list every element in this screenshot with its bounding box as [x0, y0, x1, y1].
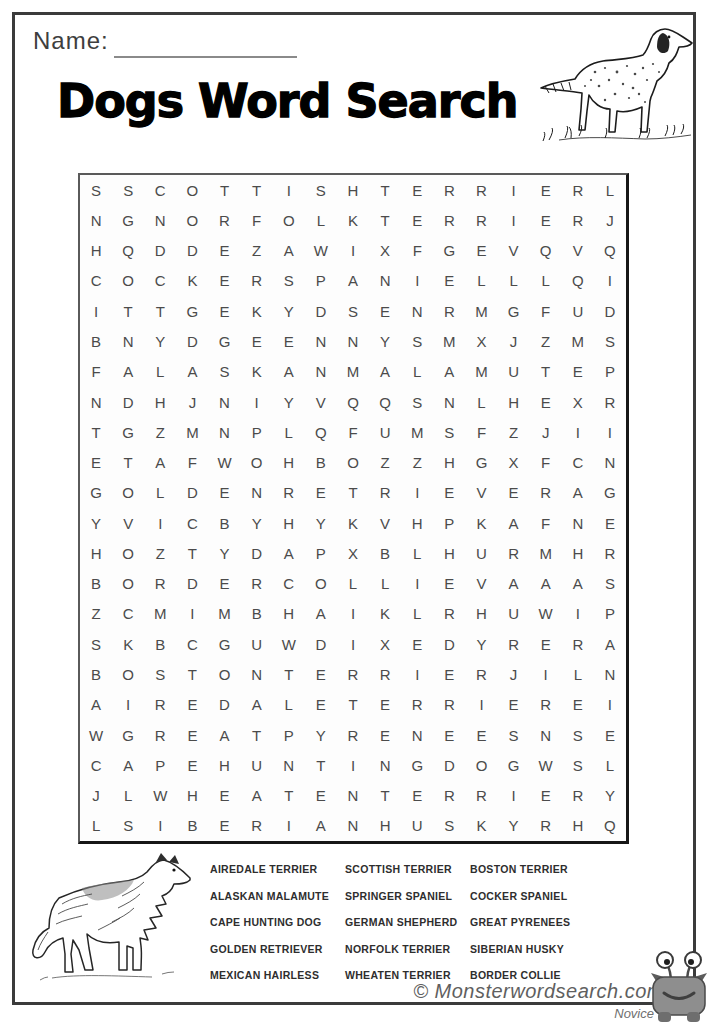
- grid-cell-r4c8[interactable]: P: [305, 266, 337, 296]
- grid-cell-r2c2[interactable]: G: [112, 205, 144, 235]
- grid-cell-r10c8[interactable]: B: [305, 447, 337, 477]
- grid-cell-r2c4[interactable]: O: [176, 205, 208, 235]
- grid-cell-r19c3[interactable]: R: [144, 720, 176, 750]
- grid-cell-r19c16[interactable]: S: [562, 720, 594, 750]
- grid-cell-r13c7[interactable]: A: [273, 538, 305, 568]
- grid-cell-r2c9[interactable]: K: [337, 205, 369, 235]
- grid-cell-r5c16[interactable]: U: [562, 296, 594, 326]
- grid-cell-r7c15[interactable]: T: [530, 357, 562, 387]
- grid-cell-r5c17[interactable]: D: [594, 296, 626, 326]
- grid-cell-r7c16[interactable]: E: [562, 357, 594, 387]
- grid-cell-r16c15[interactable]: E: [530, 629, 562, 659]
- grid-cell-r11c13[interactable]: V: [465, 478, 497, 508]
- grid-cell-r10c12[interactable]: H: [433, 447, 465, 477]
- grid-cell-r20c12[interactable]: D: [433, 750, 465, 780]
- grid-cell-r13c12[interactable]: H: [433, 538, 465, 568]
- grid-cell-r18c11[interactable]: R: [401, 690, 433, 720]
- grid-cell-r18c1[interactable]: A: [80, 690, 112, 720]
- grid-cell-r12c17[interactable]: E: [594, 508, 626, 538]
- grid-cell-r11c5[interactable]: E: [208, 478, 240, 508]
- grid-cell-r1c6[interactable]: T: [241, 175, 273, 205]
- grid-cell-r1c10[interactable]: T: [369, 175, 401, 205]
- name-input-line[interactable]: [114, 38, 297, 58]
- grid-cell-r9c3[interactable]: Z: [144, 417, 176, 447]
- grid-cell-r14c1[interactable]: B: [80, 569, 112, 599]
- grid-cell-r5c3[interactable]: T: [144, 296, 176, 326]
- grid-cell-r8c4[interactable]: J: [176, 387, 208, 417]
- grid-cell-r18c14[interactable]: E: [498, 690, 530, 720]
- grid-cell-r4c9[interactable]: A: [337, 266, 369, 296]
- grid-cell-r9c12[interactable]: S: [433, 417, 465, 447]
- grid-cell-r8c14[interactable]: H: [498, 387, 530, 417]
- grid-cell-r7c14[interactable]: U: [498, 357, 530, 387]
- grid-cell-r10c15[interactable]: F: [530, 447, 562, 477]
- grid-cell-r17c5[interactable]: O: [208, 659, 240, 689]
- grid-cell-r3c11[interactable]: F: [401, 236, 433, 266]
- grid-cell-r15c7[interactable]: H: [273, 599, 305, 629]
- grid-cell-r14c9[interactable]: L: [337, 569, 369, 599]
- grid-cell-r9c13[interactable]: F: [465, 417, 497, 447]
- grid-cell-r14c2[interactable]: O: [112, 569, 144, 599]
- grid-cell-r6c11[interactable]: S: [401, 326, 433, 356]
- grid-cell-r6c9[interactable]: N: [337, 326, 369, 356]
- grid-cell-r19c17[interactable]: E: [594, 720, 626, 750]
- grid-cell-r19c10[interactable]: E: [369, 720, 401, 750]
- grid-cell-r9c14[interactable]: Z: [498, 417, 530, 447]
- grid-cell-r4c3[interactable]: C: [144, 266, 176, 296]
- grid-cell-r2c14[interactable]: I: [498, 205, 530, 235]
- grid-cell-r5c12[interactable]: R: [433, 296, 465, 326]
- grid-cell-r18c13[interactable]: I: [465, 690, 497, 720]
- grid-cell-r9c2[interactable]: G: [112, 417, 144, 447]
- grid-cell-r3c1[interactable]: H: [80, 236, 112, 266]
- grid-cell-r5c6[interactable]: K: [241, 296, 273, 326]
- grid-cell-r15c2[interactable]: C: [112, 599, 144, 629]
- grid-cell-r8c2[interactable]: D: [112, 387, 144, 417]
- grid-cell-r6c15[interactable]: Z: [530, 326, 562, 356]
- grid-cell-r21c9[interactable]: N: [337, 780, 369, 810]
- grid-cell-r12c9[interactable]: K: [337, 508, 369, 538]
- grid-cell-r16c13[interactable]: Y: [465, 629, 497, 659]
- grid-cell-r7c11[interactable]: L: [401, 357, 433, 387]
- grid-cell-r20c3[interactable]: P: [144, 750, 176, 780]
- grid-cell-r7c6[interactable]: K: [241, 357, 273, 387]
- grid-cell-r15c17[interactable]: P: [594, 599, 626, 629]
- grid-cell-r1c9[interactable]: H: [337, 175, 369, 205]
- grid-cell-r12c7[interactable]: H: [273, 508, 305, 538]
- grid-cell-r10c7[interactable]: H: [273, 447, 305, 477]
- grid-cell-r12c16[interactable]: N: [562, 508, 594, 538]
- grid-cell-r18c12[interactable]: R: [433, 690, 465, 720]
- grid-cell-r18c2[interactable]: I: [112, 690, 144, 720]
- grid-cell-r19c6[interactable]: T: [241, 720, 273, 750]
- grid-cell-r12c2[interactable]: V: [112, 508, 144, 538]
- grid-cell-r4c16[interactable]: Q: [562, 266, 594, 296]
- grid-cell-r21c2[interactable]: L: [112, 780, 144, 810]
- grid-cell-r6c16[interactable]: M: [562, 326, 594, 356]
- grid-cell-r1c13[interactable]: R: [465, 175, 497, 205]
- grid-cell-r14c17[interactable]: S: [594, 569, 626, 599]
- grid-cell-r11c1[interactable]: G: [80, 478, 112, 508]
- grid-cell-r8c13[interactable]: L: [465, 387, 497, 417]
- grid-cell-r12c14[interactable]: A: [498, 508, 530, 538]
- grid-cell-r15c10[interactable]: K: [369, 599, 401, 629]
- grid-cell-r3c10[interactable]: X: [369, 236, 401, 266]
- grid-cell-r5c9[interactable]: S: [337, 296, 369, 326]
- grid-cell-r19c9[interactable]: R: [337, 720, 369, 750]
- grid-cell-r6c6[interactable]: E: [241, 326, 273, 356]
- grid-cell-r2c12[interactable]: R: [433, 205, 465, 235]
- grid-cell-r5c8[interactable]: D: [305, 296, 337, 326]
- grid-cell-r12c13[interactable]: K: [465, 508, 497, 538]
- grid-cell-r11c6[interactable]: N: [241, 478, 273, 508]
- grid-cell-r15c6[interactable]: B: [241, 599, 273, 629]
- grid-cell-r18c3[interactable]: R: [144, 690, 176, 720]
- grid-cell-r3c13[interactable]: E: [465, 236, 497, 266]
- grid-cell-r21c16[interactable]: R: [562, 780, 594, 810]
- grid-cell-r10c17[interactable]: N: [594, 447, 626, 477]
- grid-cell-r4c11[interactable]: I: [401, 266, 433, 296]
- grid-cell-r3c6[interactable]: Z: [241, 236, 273, 266]
- grid-cell-r8c16[interactable]: X: [562, 387, 594, 417]
- grid-cell-r3c4[interactable]: D: [176, 236, 208, 266]
- grid-cell-r15c15[interactable]: W: [530, 599, 562, 629]
- grid-cell-r22c16[interactable]: H: [562, 811, 594, 841]
- grid-cell-r9c17[interactable]: I: [594, 417, 626, 447]
- grid-cell-r21c1[interactable]: J: [80, 780, 112, 810]
- grid-cell-r6c3[interactable]: Y: [144, 326, 176, 356]
- grid-cell-r4c13[interactable]: L: [465, 266, 497, 296]
- grid-cell-r19c1[interactable]: W: [80, 720, 112, 750]
- grid-cell-r20c6[interactable]: U: [241, 750, 273, 780]
- grid-cell-r19c7[interactable]: P: [273, 720, 305, 750]
- grid-cell-r18c4[interactable]: E: [176, 690, 208, 720]
- grid-cell-r22c10[interactable]: H: [369, 811, 401, 841]
- grid-cell-r22c14[interactable]: Y: [498, 811, 530, 841]
- grid-cell-r9c11[interactable]: M: [401, 417, 433, 447]
- grid-cell-r18c10[interactable]: E: [369, 690, 401, 720]
- grid-cell-r13c2[interactable]: O: [112, 538, 144, 568]
- grid-cell-r15c12[interactable]: R: [433, 599, 465, 629]
- grid-cell-r14c15[interactable]: A: [530, 569, 562, 599]
- grid-cell-r11c15[interactable]: R: [530, 478, 562, 508]
- grid-cell-r11c4[interactable]: D: [176, 478, 208, 508]
- grid-cell-r22c8[interactable]: A: [305, 811, 337, 841]
- grid-cell-r7c7[interactable]: A: [273, 357, 305, 387]
- grid-cell-r13c1[interactable]: H: [80, 538, 112, 568]
- grid-cell-r5c15[interactable]: F: [530, 296, 562, 326]
- grid-cell-r13c3[interactable]: Z: [144, 538, 176, 568]
- grid-cell-r11c12[interactable]: E: [433, 478, 465, 508]
- grid-cell-r11c7[interactable]: R: [273, 478, 305, 508]
- grid-cell-r14c14[interactable]: A: [498, 569, 530, 599]
- grid-cell-r11c3[interactable]: L: [144, 478, 176, 508]
- grid-cell-r11c9[interactable]: T: [337, 478, 369, 508]
- grid-cell-r2c5[interactable]: R: [208, 205, 240, 235]
- grid-cell-r17c14[interactable]: J: [498, 659, 530, 689]
- grid-cell-r1c11[interactable]: E: [401, 175, 433, 205]
- grid-cell-r3c15[interactable]: Q: [530, 236, 562, 266]
- grid-cell-r8c10[interactable]: Q: [369, 387, 401, 417]
- grid-cell-r17c2[interactable]: O: [112, 659, 144, 689]
- grid-cell-r22c13[interactable]: K: [465, 811, 497, 841]
- grid-cell-r16c10[interactable]: X: [369, 629, 401, 659]
- grid-cell-r22c4[interactable]: B: [176, 811, 208, 841]
- grid-cell-r22c15[interactable]: R: [530, 811, 562, 841]
- grid-cell-r5c11[interactable]: N: [401, 296, 433, 326]
- grid-cell-r21c4[interactable]: H: [176, 780, 208, 810]
- grid-cell-r21c8[interactable]: E: [305, 780, 337, 810]
- grid-cell-r13c15[interactable]: M: [530, 538, 562, 568]
- grid-cell-r8c9[interactable]: Q: [337, 387, 369, 417]
- grid-cell-r15c5[interactable]: M: [208, 599, 240, 629]
- grid-cell-r9c9[interactable]: F: [337, 417, 369, 447]
- grid-cell-r21c5[interactable]: E: [208, 780, 240, 810]
- grid-cell-r21c14[interactable]: I: [498, 780, 530, 810]
- grid-cell-r17c12[interactable]: E: [433, 659, 465, 689]
- grid-cell-r19c13[interactable]: E: [465, 720, 497, 750]
- grid-cell-r7c5[interactable]: S: [208, 357, 240, 387]
- grid-cell-r19c4[interactable]: E: [176, 720, 208, 750]
- grid-cell-r12c11[interactable]: H: [401, 508, 433, 538]
- grid-cell-r19c15[interactable]: N: [530, 720, 562, 750]
- grid-cell-r7c3[interactable]: L: [144, 357, 176, 387]
- grid-cell-r7c1[interactable]: F: [80, 357, 112, 387]
- grid-cell-r18c8[interactable]: E: [305, 690, 337, 720]
- grid-cell-r9c10[interactable]: U: [369, 417, 401, 447]
- grid-cell-r18c9[interactable]: T: [337, 690, 369, 720]
- grid-cell-r15c3[interactable]: M: [144, 599, 176, 629]
- grid-cell-r21c6[interactable]: A: [241, 780, 273, 810]
- grid-cell-r1c15[interactable]: E: [530, 175, 562, 205]
- grid-cell-r12c10[interactable]: V: [369, 508, 401, 538]
- grid-cell-r3c8[interactable]: W: [305, 236, 337, 266]
- grid-cell-r6c4[interactable]: D: [176, 326, 208, 356]
- grid-cell-r11c17[interactable]: G: [594, 478, 626, 508]
- grid-cell-r4c5[interactable]: E: [208, 266, 240, 296]
- grid-cell-r4c12[interactable]: E: [433, 266, 465, 296]
- grid-cell-r13c8[interactable]: P: [305, 538, 337, 568]
- grid-cell-r22c17[interactable]: Q: [594, 811, 626, 841]
- grid-cell-r6c10[interactable]: Y: [369, 326, 401, 356]
- grid-cell-r4c14[interactable]: L: [498, 266, 530, 296]
- grid-cell-r16c1[interactable]: S: [80, 629, 112, 659]
- grid-cell-r4c2[interactable]: O: [112, 266, 144, 296]
- grid-cell-r1c14[interactable]: I: [498, 175, 530, 205]
- grid-cell-r15c8[interactable]: A: [305, 599, 337, 629]
- grid-cell-r13c10[interactable]: B: [369, 538, 401, 568]
- grid-cell-r2c11[interactable]: E: [401, 205, 433, 235]
- grid-cell-r3c2[interactable]: Q: [112, 236, 144, 266]
- grid-cell-r21c17[interactable]: Y: [594, 780, 626, 810]
- grid-cell-r8c1[interactable]: N: [80, 387, 112, 417]
- grid-cell-r5c13[interactable]: M: [465, 296, 497, 326]
- grid-cell-r16c17[interactable]: A: [594, 629, 626, 659]
- grid-cell-r16c3[interactable]: B: [144, 629, 176, 659]
- grid-cell-r9c7[interactable]: L: [273, 417, 305, 447]
- grid-cell-r3c17[interactable]: Q: [594, 236, 626, 266]
- grid-cell-r14c16[interactable]: A: [562, 569, 594, 599]
- grid-cell-r10c1[interactable]: E: [80, 447, 112, 477]
- grid-cell-r13c17[interactable]: R: [594, 538, 626, 568]
- grid-cell-r17c7[interactable]: T: [273, 659, 305, 689]
- grid-cell-r10c2[interactable]: T: [112, 447, 144, 477]
- grid-cell-r20c17[interactable]: L: [594, 750, 626, 780]
- grid-cell-r1c16[interactable]: R: [562, 175, 594, 205]
- grid-cell-r10c11[interactable]: Z: [401, 447, 433, 477]
- grid-cell-r19c2[interactable]: G: [112, 720, 144, 750]
- grid-cell-r20c1[interactable]: C: [80, 750, 112, 780]
- grid-cell-r15c11[interactable]: L: [401, 599, 433, 629]
- grid-cell-r14c4[interactable]: D: [176, 569, 208, 599]
- grid-cell-r8c7[interactable]: Y: [273, 387, 305, 417]
- grid-cell-r5c7[interactable]: Y: [273, 296, 305, 326]
- grid-cell-r1c4[interactable]: O: [176, 175, 208, 205]
- grid-cell-r22c11[interactable]: U: [401, 811, 433, 841]
- grid-cell-r4c4[interactable]: K: [176, 266, 208, 296]
- grid-cell-r14c7[interactable]: C: [273, 569, 305, 599]
- grid-cell-r20c4[interactable]: E: [176, 750, 208, 780]
- grid-cell-r7c12[interactable]: A: [433, 357, 465, 387]
- grid-cell-r15c14[interactable]: U: [498, 599, 530, 629]
- grid-cell-r20c13[interactable]: O: [465, 750, 497, 780]
- grid-cell-r12c3[interactable]: I: [144, 508, 176, 538]
- grid-cell-r19c5[interactable]: A: [208, 720, 240, 750]
- grid-cell-r3c7[interactable]: A: [273, 236, 305, 266]
- grid-cell-r5c10[interactable]: E: [369, 296, 401, 326]
- grid-cell-r22c7[interactable]: I: [273, 811, 305, 841]
- grid-cell-r7c9[interactable]: M: [337, 357, 369, 387]
- grid-cell-r8c12[interactable]: N: [433, 387, 465, 417]
- grid-cell-r21c3[interactable]: W: [144, 780, 176, 810]
- grid-cell-r13c11[interactable]: L: [401, 538, 433, 568]
- grid-cell-r8c11[interactable]: S: [401, 387, 433, 417]
- grid-cell-r20c2[interactable]: A: [112, 750, 144, 780]
- grid-cell-r6c7[interactable]: E: [273, 326, 305, 356]
- grid-cell-r9c8[interactable]: Q: [305, 417, 337, 447]
- grid-cell-r14c12[interactable]: E: [433, 569, 465, 599]
- grid-cell-r18c17[interactable]: I: [594, 690, 626, 720]
- grid-cell-r12c12[interactable]: P: [433, 508, 465, 538]
- grid-cell-r16c2[interactable]: K: [112, 629, 144, 659]
- grid-cell-r16c12[interactable]: D: [433, 629, 465, 659]
- grid-cell-r9c1[interactable]: T: [80, 417, 112, 447]
- grid-cell-r10c9[interactable]: O: [337, 447, 369, 477]
- grid-cell-r1c12[interactable]: R: [433, 175, 465, 205]
- grid-cell-r1c17[interactable]: L: [594, 175, 626, 205]
- grid-cell-r19c8[interactable]: Y: [305, 720, 337, 750]
- grid-cell-r10c16[interactable]: C: [562, 447, 594, 477]
- grid-cell-r20c14[interactable]: G: [498, 750, 530, 780]
- grid-cell-r4c6[interactable]: R: [241, 266, 273, 296]
- grid-cell-r14c3[interactable]: R: [144, 569, 176, 599]
- grid-cell-r22c5[interactable]: E: [208, 811, 240, 841]
- grid-cell-r5c4[interactable]: G: [176, 296, 208, 326]
- grid-cell-r17c1[interactable]: B: [80, 659, 112, 689]
- grid-cell-r17c8[interactable]: E: [305, 659, 337, 689]
- grid-cell-r2c7[interactable]: O: [273, 205, 305, 235]
- grid-cell-r21c11[interactable]: E: [401, 780, 433, 810]
- grid-cell-r10c5[interactable]: W: [208, 447, 240, 477]
- grid-cell-r12c5[interactable]: B: [208, 508, 240, 538]
- grid-cell-r8c8[interactable]: V: [305, 387, 337, 417]
- grid-cell-r16c8[interactable]: D: [305, 629, 337, 659]
- grid-cell-r18c15[interactable]: R: [530, 690, 562, 720]
- grid-cell-r19c14[interactable]: S: [498, 720, 530, 750]
- grid-cell-r17c15[interactable]: I: [530, 659, 562, 689]
- grid-cell-r6c8[interactable]: N: [305, 326, 337, 356]
- grid-cell-r3c5[interactable]: E: [208, 236, 240, 266]
- grid-cell-r20c8[interactable]: T: [305, 750, 337, 780]
- grid-cell-r1c8[interactable]: S: [305, 175, 337, 205]
- grid-cell-r16c11[interactable]: E: [401, 629, 433, 659]
- grid-cell-r3c16[interactable]: V: [562, 236, 594, 266]
- grid-cell-r2c17[interactable]: J: [594, 205, 626, 235]
- grid-cell-r11c8[interactable]: E: [305, 478, 337, 508]
- grid-cell-r5c2[interactable]: T: [112, 296, 144, 326]
- grid-cell-r19c12[interactable]: E: [433, 720, 465, 750]
- grid-cell-r13c5[interactable]: Y: [208, 538, 240, 568]
- grid-cell-r2c16[interactable]: R: [562, 205, 594, 235]
- grid-cell-r20c16[interactable]: S: [562, 750, 594, 780]
- grid-cell-r3c9[interactable]: I: [337, 236, 369, 266]
- grid-cell-r6c1[interactable]: B: [80, 326, 112, 356]
- grid-cell-r17c16[interactable]: L: [562, 659, 594, 689]
- grid-cell-r16c16[interactable]: R: [562, 629, 594, 659]
- grid-cell-r10c4[interactable]: F: [176, 447, 208, 477]
- grid-cell-r14c6[interactable]: R: [241, 569, 273, 599]
- grid-cell-r9c5[interactable]: N: [208, 417, 240, 447]
- grid-cell-r17c11[interactable]: I: [401, 659, 433, 689]
- grid-cell-r6c14[interactable]: J: [498, 326, 530, 356]
- grid-cell-r20c11[interactable]: G: [401, 750, 433, 780]
- grid-cell-r12c6[interactable]: Y: [241, 508, 273, 538]
- grid-cell-r6c12[interactable]: M: [433, 326, 465, 356]
- grid-cell-r14c5[interactable]: E: [208, 569, 240, 599]
- grid-cell-r8c3[interactable]: H: [144, 387, 176, 417]
- grid-cell-r8c17[interactable]: R: [594, 387, 626, 417]
- grid-cell-r7c4[interactable]: A: [176, 357, 208, 387]
- grid-cell-r14c11[interactable]: I: [401, 569, 433, 599]
- grid-cell-r15c13[interactable]: H: [465, 599, 497, 629]
- grid-cell-r15c4[interactable]: I: [176, 599, 208, 629]
- grid-cell-r22c12[interactable]: S: [433, 811, 465, 841]
- grid-cell-r20c9[interactable]: I: [337, 750, 369, 780]
- grid-cell-r10c6[interactable]: O: [241, 447, 273, 477]
- grid-cell-r4c7[interactable]: S: [273, 266, 305, 296]
- grid-cell-r21c12[interactable]: R: [433, 780, 465, 810]
- grid-cell-r1c3[interactable]: C: [144, 175, 176, 205]
- grid-cell-r13c9[interactable]: X: [337, 538, 369, 568]
- grid-cell-r2c6[interactable]: F: [241, 205, 273, 235]
- grid-cell-r7c17[interactable]: P: [594, 357, 626, 387]
- grid-cell-r18c16[interactable]: E: [562, 690, 594, 720]
- grid-cell-r9c4[interactable]: M: [176, 417, 208, 447]
- grid-cell-r21c7[interactable]: T: [273, 780, 305, 810]
- grid-cell-r17c9[interactable]: R: [337, 659, 369, 689]
- grid-cell-r7c13[interactable]: M: [465, 357, 497, 387]
- grid-cell-r18c6[interactable]: A: [241, 690, 273, 720]
- grid-cell-r6c17[interactable]: S: [594, 326, 626, 356]
- grid-cell-r21c15[interactable]: E: [530, 780, 562, 810]
- grid-cell-r22c9[interactable]: N: [337, 811, 369, 841]
- grid-cell-r20c7[interactable]: N: [273, 750, 305, 780]
- grid-cell-r16c4[interactable]: C: [176, 629, 208, 659]
- grid-cell-r20c15[interactable]: W: [530, 750, 562, 780]
- grid-cell-r2c8[interactable]: L: [305, 205, 337, 235]
- grid-cell-r22c6[interactable]: R: [241, 811, 273, 841]
- grid-cell-r4c17[interactable]: I: [594, 266, 626, 296]
